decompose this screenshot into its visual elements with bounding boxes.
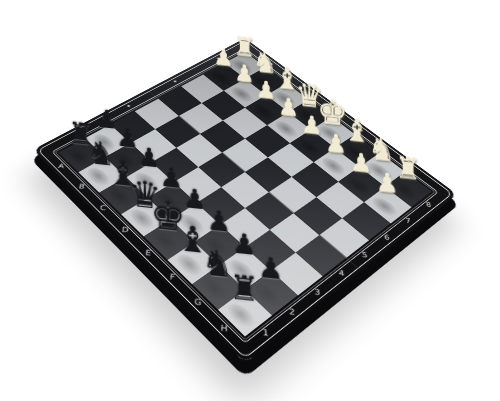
coord-label-D: D [121, 226, 129, 234]
piece-shadow [109, 150, 140, 175]
square-f5 [269, 177, 317, 213]
piece-shadow [249, 280, 286, 312]
coord-label-A: A [57, 163, 64, 170]
coord-label-3: 3 [315, 288, 321, 296]
screw-dot [217, 57, 221, 59]
screw-dot [270, 63, 274, 65]
coord-label-8: 8 [426, 202, 432, 209]
piece-shadow [88, 131, 119, 155]
coord-label-H: H [220, 324, 227, 333]
coord-label-7: 7 [406, 218, 412, 225]
coord-label-1: 1 [263, 329, 269, 338]
piece-shadow [222, 300, 259, 333]
squares-grid: ♜♞♝♛♚♝♞♜♟♟♟♟♟♟♟♟♟♟♟♟♟♟♟♟♜♞♝♛♚♝♞♜ [58, 52, 431, 336]
screw-dot [409, 166, 413, 169]
coord-label-G: G [194, 298, 202, 307]
coord-label-C: C [99, 204, 106, 211]
coord-label-2: 2 [290, 308, 296, 317]
coord-label-B: B [78, 183, 85, 190]
piece-shadow [62, 145, 93, 169]
coord-label-5: 5 [362, 251, 368, 259]
piece-shadow [82, 165, 114, 190]
coord-label-6: 6 [384, 234, 390, 241]
piece-shadow [148, 228, 182, 257]
screw-dot [313, 95, 317, 98]
screw-dot [77, 131, 81, 134]
coord-label-E: E [145, 249, 151, 257]
product-photo: ♜♞♝♛♚♝♞♜♟♟♟♟♟♟♟♟♟♟♟♟♟♟♟♟♜♞♝♛♚♝♞♜ ABCDEFG… [0, 0, 500, 401]
screw-dot [173, 80, 177, 83]
square-a2: ♟ [85, 124, 131, 157]
chess-board: ♜♞♝♛♚♝♞♜♟♟♟♟♟♟♟♟♟♟♟♟♟♟♟♟♜♞♝♛♚♝♞♜ ABCDEFG… [33, 38, 457, 364]
coord-label-4: 4 [339, 270, 345, 278]
screw-dot [127, 105, 131, 108]
coord-label-F: F [169, 273, 175, 281]
screw-dot [359, 129, 363, 132]
piece-shadow [389, 179, 422, 204]
